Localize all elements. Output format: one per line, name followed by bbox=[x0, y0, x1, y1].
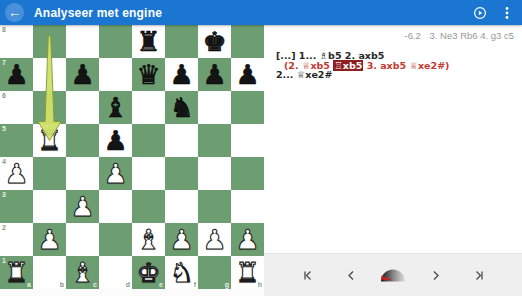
square-c2[interactable] bbox=[66, 223, 99, 256]
analysis-panel: -6.2 3. Ne3 Rb6 4. g3 c5 [...] 1... ♗b5 … bbox=[264, 25, 522, 253]
square-b5[interactable]: ♜ bbox=[33, 124, 66, 157]
black-pawn-f7: ♟ bbox=[169, 58, 193, 91]
white-rook-h1: ♜ bbox=[235, 256, 259, 289]
navigation-bar bbox=[264, 253, 522, 296]
square-f4[interactable] bbox=[165, 157, 198, 190]
current-move[interactable]: ♖xb5 bbox=[333, 60, 363, 71]
white-pawn-f2: ♟ bbox=[169, 223, 193, 256]
square-h2[interactable]: ♟ bbox=[231, 223, 264, 256]
black-queen-e7: ♛ bbox=[136, 58, 160, 91]
black-knight-f6: ♞ bbox=[169, 91, 193, 124]
square-b1[interactable]: b bbox=[33, 256, 66, 289]
previous-move-icon[interactable] bbox=[337, 266, 363, 284]
square-a6[interactable]: 6 bbox=[0, 91, 33, 124]
black-pawn-g7: ♟ bbox=[202, 58, 226, 91]
square-h3[interactable] bbox=[231, 190, 264, 223]
last-move-icon[interactable] bbox=[466, 266, 492, 284]
black-king-g8: ♚ bbox=[202, 25, 226, 58]
file-label: g bbox=[225, 281, 229, 288]
square-f5[interactable] bbox=[165, 124, 198, 157]
file-label: c bbox=[93, 281, 97, 288]
square-c4[interactable] bbox=[66, 157, 99, 190]
square-e6[interactable] bbox=[132, 91, 165, 124]
square-a5[interactable]: 5 bbox=[0, 124, 33, 157]
square-a2[interactable]: 2 bbox=[0, 223, 33, 256]
square-d4[interactable]: ♟ bbox=[99, 157, 132, 190]
square-e7[interactable]: ♛ bbox=[132, 58, 165, 91]
move-token[interactable]: 2... bbox=[276, 69, 293, 80]
move-token[interactable]: 3. bbox=[367, 60, 377, 71]
file-label: e bbox=[159, 281, 163, 288]
square-e3[interactable] bbox=[132, 190, 165, 223]
square-e4[interactable] bbox=[132, 157, 165, 190]
square-d6[interactable]: ♝ bbox=[99, 91, 132, 124]
black-pawn-a7: ♟ bbox=[4, 58, 28, 91]
white-pawn-h2: ♟ bbox=[235, 223, 259, 256]
white-pawn-d4: ♟ bbox=[103, 157, 127, 190]
square-c3[interactable]: ♟ bbox=[66, 190, 99, 223]
engine-gauge-icon[interactable] bbox=[380, 266, 406, 284]
square-f7[interactable]: ♟ bbox=[165, 58, 198, 91]
app-bar: ← Analyseer met engine bbox=[0, 0, 522, 25]
square-c5[interactable] bbox=[66, 124, 99, 157]
rank-label: 5 bbox=[2, 125, 6, 132]
file-label: h bbox=[258, 281, 262, 288]
move-token[interactable]: ♕xe2#) bbox=[409, 60, 449, 71]
play-circle-icon[interactable] bbox=[473, 6, 487, 20]
file-label: a bbox=[27, 281, 31, 288]
file-label: f bbox=[194, 281, 196, 288]
square-g4[interactable] bbox=[198, 157, 231, 190]
square-f1[interactable]: f♞ bbox=[165, 256, 198, 289]
white-rook-b5: ♜ bbox=[37, 124, 61, 157]
square-c7[interactable]: ♟ bbox=[66, 58, 99, 91]
square-g7[interactable]: ♟ bbox=[198, 58, 231, 91]
square-b2[interactable]: ♟ bbox=[33, 223, 66, 256]
square-f6[interactable]: ♞ bbox=[165, 91, 198, 124]
rank-label: 8 bbox=[2, 26, 6, 33]
square-h1[interactable]: h♜ bbox=[231, 256, 264, 289]
square-c8[interactable] bbox=[66, 25, 99, 58]
black-pawn-c7: ♟ bbox=[70, 58, 94, 91]
square-e2[interactable]: ♝ bbox=[132, 223, 165, 256]
square-b8[interactable] bbox=[33, 25, 66, 58]
square-d8[interactable] bbox=[99, 25, 132, 58]
overflow-menu-icon[interactable] bbox=[500, 6, 514, 20]
square-h5[interactable] bbox=[231, 124, 264, 157]
appbar-actions bbox=[473, 6, 514, 20]
square-b4[interactable] bbox=[33, 157, 66, 190]
eval-continuation: 3. Ne3 Rb6 4. g3 c5 bbox=[430, 30, 515, 41]
white-bishop-e2: ♝ bbox=[136, 223, 160, 256]
page-title: Analyseer met engine bbox=[34, 6, 473, 20]
square-g5[interactable] bbox=[198, 124, 231, 157]
square-a4[interactable]: 4♟ bbox=[0, 157, 33, 190]
square-d2[interactable] bbox=[99, 223, 132, 256]
square-b7[interactable] bbox=[33, 58, 66, 91]
board-grid: 8♜♚7♟♟♛♟♟♟6♝♞5♜♟4♟♟3♟2♟♝♟♟♟1a♜bc♝de♚f♞gh… bbox=[0, 25, 264, 289]
rank-label: 4 bbox=[2, 158, 6, 165]
square-h7[interactable]: ♟ bbox=[231, 58, 264, 91]
black-pawn-d5: ♟ bbox=[103, 124, 127, 157]
white-pawn-b2: ♟ bbox=[37, 223, 61, 256]
square-a8[interactable]: 8 bbox=[0, 25, 33, 58]
square-a3[interactable]: 3 bbox=[0, 190, 33, 223]
file-label: b bbox=[60, 281, 64, 288]
square-g8[interactable]: ♚ bbox=[198, 25, 231, 58]
square-d5[interactable]: ♟ bbox=[99, 124, 132, 157]
white-knight-f1: ♞ bbox=[169, 256, 193, 289]
move-line: 2... ♕xe2# bbox=[276, 70, 522, 80]
white-king-e1: ♚ bbox=[136, 256, 160, 289]
square-c6[interactable] bbox=[66, 91, 99, 124]
square-f3[interactable] bbox=[165, 190, 198, 223]
white-pawn-g2: ♟ bbox=[202, 223, 226, 256]
white-pawn-a4: ♟ bbox=[4, 157, 28, 190]
rank-label: 7 bbox=[2, 59, 6, 66]
black-pawn-h7: ♟ bbox=[235, 58, 259, 91]
white-pawn-c3: ♟ bbox=[70, 190, 94, 223]
square-e1[interactable]: e♚ bbox=[132, 256, 165, 289]
square-e8[interactable]: ♜ bbox=[132, 25, 165, 58]
move-token[interactable]: ♕xe2# bbox=[297, 69, 333, 80]
square-h8[interactable] bbox=[231, 25, 264, 58]
square-a1[interactable]: 1a♜ bbox=[0, 256, 33, 289]
eval-score: -6.2 bbox=[404, 30, 420, 41]
rank-label: 1 bbox=[2, 257, 6, 264]
back-icon[interactable]: ← bbox=[5, 3, 24, 22]
next-move-icon[interactable] bbox=[423, 266, 449, 284]
square-d7[interactable] bbox=[99, 58, 132, 91]
square-g2[interactable]: ♟ bbox=[198, 223, 231, 256]
rank-label: 3 bbox=[2, 191, 6, 198]
square-g3[interactable] bbox=[198, 190, 231, 223]
square-b6[interactable] bbox=[33, 91, 66, 124]
square-g6[interactable] bbox=[198, 91, 231, 124]
square-h4[interactable] bbox=[231, 157, 264, 190]
file-label: d bbox=[126, 281, 130, 288]
engine-eval-line: -6.2 3. Ne3 Rb6 4. g3 c5 bbox=[264, 30, 522, 41]
square-d3[interactable] bbox=[99, 190, 132, 223]
white-bishop-c1: ♝ bbox=[70, 256, 94, 289]
chess-board: 8♜♚7♟♟♛♟♟♟6♝♞5♜♟4♟♟3♟2♟♝♟♟♟1a♜bc♝de♚f♞gh… bbox=[0, 25, 264, 289]
first-move-icon[interactable] bbox=[294, 266, 320, 284]
white-rook-a1: ♜ bbox=[4, 256, 28, 289]
rank-label: 2 bbox=[2, 224, 6, 231]
rank-label: 6 bbox=[2, 92, 6, 99]
square-a7[interactable]: 7♟ bbox=[0, 58, 33, 91]
square-c1[interactable]: c♝ bbox=[66, 256, 99, 289]
square-g1[interactable]: g bbox=[198, 256, 231, 289]
square-d1[interactable]: d bbox=[99, 256, 132, 289]
black-rook-e8: ♜ bbox=[136, 25, 160, 58]
square-e5[interactable] bbox=[132, 124, 165, 157]
square-h6[interactable] bbox=[231, 91, 264, 124]
square-b3[interactable] bbox=[33, 190, 66, 223]
square-f8[interactable] bbox=[165, 25, 198, 58]
black-bishop-d6: ♝ bbox=[103, 91, 127, 124]
square-f2[interactable]: ♟ bbox=[165, 223, 198, 256]
move-list: [...] 1... ♗b5 2. axb5(2. ♕xb5 ♖xb5 3. a… bbox=[264, 51, 522, 80]
move-token[interactable]: axb5 bbox=[380, 60, 406, 71]
